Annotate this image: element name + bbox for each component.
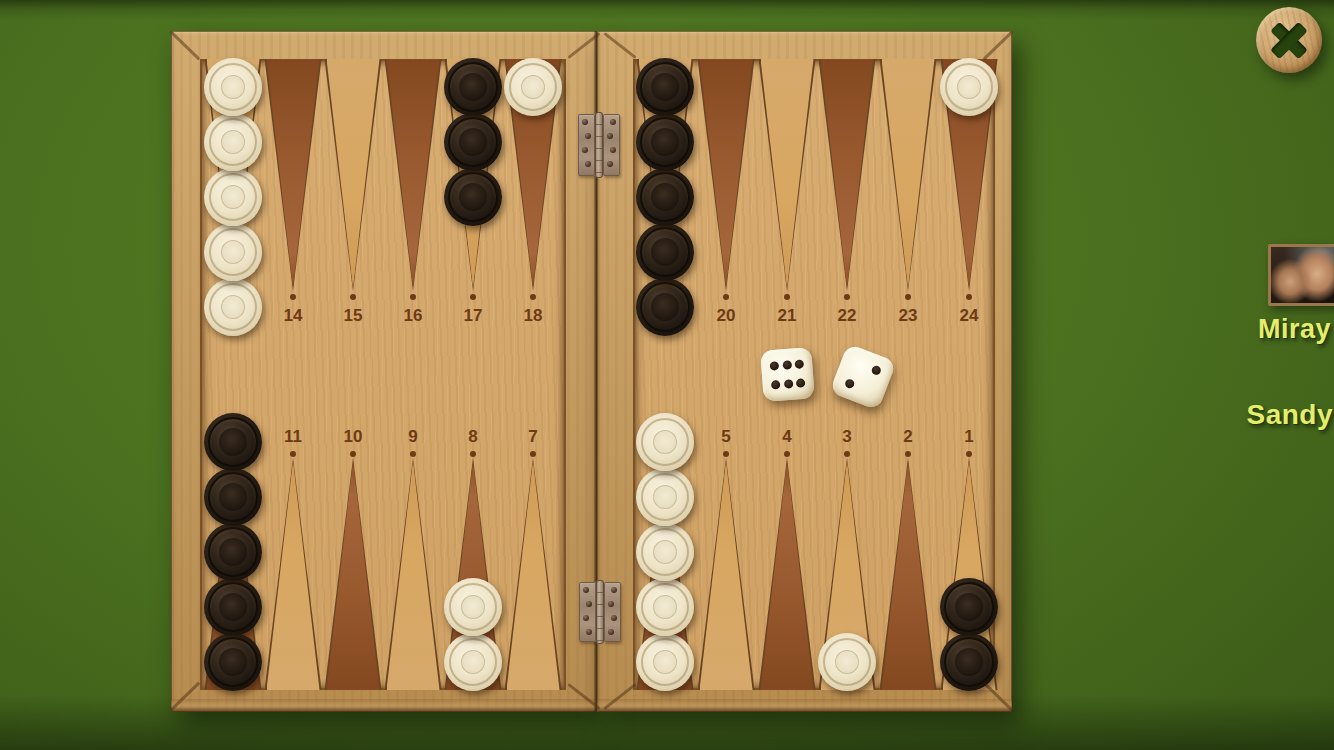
hinge-screw [608, 601, 614, 607]
point-label-10: 10 [333, 428, 373, 446]
checker-white-point-6[interactable] [636, 523, 694, 581]
hinge-screw [610, 119, 616, 125]
checker-black-point-19[interactable] [636, 168, 694, 226]
player-name-sandy: Sandy [1246, 399, 1333, 431]
hinge-screw [611, 587, 617, 593]
die-pip [782, 360, 792, 370]
checker-black-point-12[interactable] [204, 633, 262, 691]
checker-black-point-19[interactable] [636, 58, 694, 116]
hinge-screw [582, 147, 588, 153]
point-dot-1 [966, 451, 972, 457]
hinge-plate [603, 114, 620, 176]
die-showing-6[interactable] [760, 347, 814, 401]
die-pip [796, 379, 806, 389]
hinge-plate [578, 114, 595, 176]
die-pip [871, 364, 883, 376]
checker-white-point-13[interactable] [204, 168, 262, 226]
die-pip [843, 378, 855, 390]
point-dot-9 [410, 451, 416, 457]
hinge-plate [604, 582, 621, 642]
backgammon-board: 14151617182021222324111098754321 [171, 31, 1012, 712]
point-label-7: 7 [513, 428, 553, 446]
checker-white-point-3[interactable] [818, 633, 876, 691]
point-dot-24 [966, 294, 972, 300]
point-label-16: 16 [393, 307, 433, 325]
checker-black-point-19[interactable] [636, 113, 694, 171]
checker-white-point-8[interactable] [444, 633, 502, 691]
point-dot-17 [470, 294, 476, 300]
hinge-screw [582, 119, 588, 125]
point-label-20: 20 [706, 307, 746, 325]
checker-white-point-13[interactable] [204, 113, 262, 171]
die-pip [783, 379, 793, 389]
point-dot-5 [723, 451, 729, 457]
hinge-screw [583, 587, 589, 593]
point-dot-23 [905, 294, 911, 300]
checker-black-point-19[interactable] [636, 278, 694, 336]
point-dot-20 [723, 294, 729, 300]
checker-black-point-17[interactable] [444, 113, 502, 171]
point-label-3: 3 [827, 428, 867, 446]
checker-white-point-13[interactable] [204, 223, 262, 281]
point-label-2: 2 [888, 428, 928, 446]
point-label-9: 9 [393, 428, 433, 446]
point-dot-2 [905, 451, 911, 457]
checker-black-point-12[interactable] [204, 578, 262, 636]
point-label-23: 23 [888, 307, 928, 325]
die-pip [771, 380, 781, 390]
hinge-screw [585, 133, 591, 139]
hinge-plate [579, 582, 596, 642]
checker-black-point-17[interactable] [444, 58, 502, 116]
hinge-screw [585, 161, 591, 167]
checker-black-point-17[interactable] [444, 168, 502, 226]
checker-white-point-6[interactable] [636, 468, 694, 526]
point-label-5: 5 [706, 428, 746, 446]
hinge-screw [611, 615, 617, 621]
die-pip [770, 361, 780, 371]
hinge-screw [583, 615, 589, 621]
point-dot-14 [290, 294, 296, 300]
point-dot-4 [784, 451, 790, 457]
hinge-knuckle [596, 580, 604, 644]
die-pip [794, 359, 804, 369]
point-label-4: 4 [767, 428, 807, 446]
point-dot-11 [290, 451, 296, 457]
hinge-screw [610, 147, 616, 153]
hinge-screw [586, 601, 592, 607]
checker-white-point-6[interactable] [636, 413, 694, 471]
checker-white-point-8[interactable] [444, 578, 502, 636]
checker-white-point-6[interactable] [636, 633, 694, 691]
checker-black-point-1[interactable] [940, 578, 998, 636]
checker-black-point-12[interactable] [204, 468, 262, 526]
point-dot-10 [350, 451, 356, 457]
checker-white-point-18[interactable] [504, 58, 562, 116]
point-label-18: 18 [513, 307, 553, 325]
checker-black-point-1[interactable] [940, 633, 998, 691]
close-button[interactable] [1256, 7, 1322, 73]
hinge-bottom [579, 582, 621, 642]
point-label-22: 22 [827, 307, 867, 325]
point-label-17: 17 [453, 307, 493, 325]
point-dot-16 [410, 294, 416, 300]
point-label-15: 15 [333, 307, 373, 325]
hinge-screw [608, 629, 614, 635]
point-dot-15 [350, 294, 356, 300]
point-label-8: 8 [453, 428, 493, 446]
point-label-11: 11 [273, 428, 313, 446]
point-dot-18 [530, 294, 536, 300]
player-name-miray: Miray [1258, 314, 1331, 345]
point-label-1: 1 [949, 428, 989, 446]
checker-white-point-13[interactable] [204, 278, 262, 336]
hinge-screw [586, 629, 592, 635]
point-label-24: 24 [949, 307, 989, 325]
point-dot-21 [784, 294, 790, 300]
player-avatar-photo[interactable] [1268, 244, 1334, 306]
hinge-screw [607, 133, 613, 139]
point-dot-3 [844, 451, 850, 457]
point-label-14: 14 [273, 307, 313, 325]
checker-white-point-13[interactable] [204, 58, 262, 116]
hinge-screw [607, 161, 613, 167]
checker-white-point-24[interactable] [940, 58, 998, 116]
checker-black-point-12[interactable] [204, 523, 262, 581]
checker-black-point-12[interactable] [204, 413, 262, 471]
point-dot-7 [530, 451, 536, 457]
point-dot-22 [844, 294, 850, 300]
point-label-21: 21 [767, 307, 807, 325]
checker-white-point-6[interactable] [636, 578, 694, 636]
hinge-top [578, 114, 620, 176]
checker-black-point-19[interactable] [636, 223, 694, 281]
hinge-knuckle [595, 112, 603, 178]
point-dot-8 [470, 451, 476, 457]
